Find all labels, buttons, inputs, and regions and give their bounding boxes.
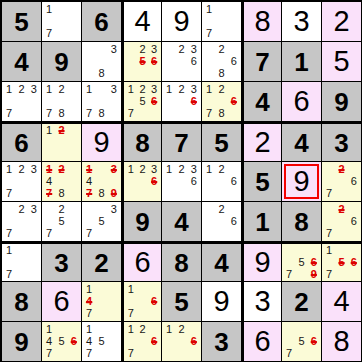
empty-candidate-slot [68, 15, 80, 27]
candidate-7: 7 [83, 108, 95, 120]
cell-r5c1[interactable]: 1237 [2, 162, 41, 201]
candidate-7: 7 [125, 308, 137, 320]
cell-r4c9[interactable]: 3 [322, 122, 361, 161]
crossed-candidate-6: 6 [148, 55, 160, 67]
solved-digit: 6 [53, 287, 69, 316]
empty-candidate-slot [215, 15, 227, 27]
empty-candidate-slot [15, 268, 27, 280]
candidate-1: 1 [43, 323, 55, 335]
empty-candidate-slot [175, 188, 187, 200]
candidate-1: 1 [43, 125, 55, 137]
cell-r7c4[interactable]: 6 [122, 242, 161, 281]
cell-r1c1[interactable]: 5 [2, 2, 41, 41]
cell-r9c8[interactable]: 567 [282, 322, 321, 361]
empty-candidate-slot [95, 203, 107, 215]
empty-candidate-slot [108, 175, 120, 187]
empty-candidate-slot [215, 228, 227, 240]
empty-candidate-slot [125, 175, 137, 187]
empty-candidate-slot [55, 137, 67, 149]
cell-r2c7[interactable]: 7 [242, 42, 281, 81]
solved-digit: 6 [293, 87, 309, 116]
empty-candidate-slot [28, 245, 40, 257]
crossed-candidate-6: 6 [348, 257, 360, 269]
empty-candidate-slot [15, 108, 27, 120]
cell-r6c4[interactable]: 9 [122, 202, 161, 241]
empty-candidate-slot [83, 43, 95, 55]
empty-candidate-slot [137, 348, 149, 360]
candidate-2: 2 [137, 323, 149, 335]
candidate-2: 2 [55, 203, 67, 215]
empty-candidate-slot [335, 245, 347, 257]
cell-r5c9[interactable]: 267 [322, 162, 361, 201]
given-digit: 4 [214, 250, 228, 276]
empty-candidate-slot [83, 95, 95, 107]
candidate-1: 1 [323, 245, 335, 257]
cell-r4c7[interactable]: 2 [242, 122, 281, 161]
candidate-7: 7 [43, 228, 55, 240]
empty-candidate-slot [3, 95, 15, 107]
given-digit: 4 [14, 49, 28, 75]
cell-r7c6[interactable]: 4 [202, 242, 241, 281]
cell-r6c2[interactable]: 257 [42, 202, 81, 241]
empty-candidate-slot [228, 83, 240, 95]
empty-candidate-slot [228, 108, 240, 120]
candidate-4: 4 [43, 175, 55, 187]
empty-candidate-slot [203, 43, 215, 55]
empty-candidate-slot [175, 55, 187, 67]
cell-r3c2[interactable]: 1278 [42, 82, 81, 121]
pencil-marks: 267 [323, 163, 360, 200]
crossed-candidate-6: 6 [68, 335, 80, 347]
cell-r7c3[interactable]: 2 [82, 242, 121, 281]
cell-r4c6[interactable]: 5 [202, 122, 241, 161]
cell-r5c5[interactable]: 1236 [162, 162, 201, 201]
candidate-1: 1 [3, 83, 15, 95]
empty-candidate-slot [323, 215, 335, 227]
empty-candidate-slot [125, 43, 137, 55]
empty-candidate-slot [108, 228, 120, 240]
empty-candidate-slot [3, 215, 15, 227]
candidate-7: 7 [43, 108, 55, 120]
empty-candidate-slot [137, 188, 149, 200]
candidate-1: 1 [43, 83, 55, 95]
pencil-marks: 2356 [125, 43, 160, 80]
pencil-marks: 1236 [163, 163, 200, 200]
cell-r5c8[interactable]: 9 [282, 162, 321, 201]
empty-candidate-slot [137, 108, 149, 120]
cell-r8c8[interactable]: 2 [282, 282, 321, 321]
cell-r5c4[interactable]: 1236 [122, 162, 161, 201]
cell-r3c5[interactable]: 1236 [162, 82, 201, 121]
empty-candidate-slot [68, 83, 80, 95]
empty-candidate-slot [28, 215, 40, 227]
cell-r8c6[interactable]: 9 [202, 282, 241, 321]
given-digit: 5 [214, 130, 228, 156]
candidate-8: 8 [95, 108, 107, 120]
cell-r8c1[interactable]: 8 [2, 282, 41, 321]
empty-candidate-slot [228, 43, 240, 55]
cell-r4c4[interactable]: 8 [122, 122, 161, 161]
empty-candidate-slot [125, 188, 137, 200]
cell-r6c5[interactable]: 4 [162, 202, 201, 241]
cell-r9c1[interactable]: 9 [2, 322, 41, 361]
candidate-7: 7 [3, 188, 15, 200]
cell-r4c8[interactable]: 4 [282, 122, 321, 161]
cell-r8c9[interactable]: 4 [322, 282, 361, 321]
empty-candidate-slot [295, 245, 307, 257]
candidate-1: 1 [43, 3, 55, 15]
candidate-3: 3 [188, 163, 200, 175]
cell-r9c4[interactable]: 1267 [122, 322, 161, 361]
empty-candidate-slot [55, 148, 67, 160]
candidate-2: 2 [15, 83, 27, 95]
empty-candidate-slot [148, 283, 160, 295]
empty-candidate-slot [323, 257, 335, 269]
cell-r9c9[interactable]: 8 [322, 322, 361, 361]
candidate-2: 2 [137, 43, 149, 55]
empty-candidate-slot [215, 175, 227, 187]
given-digit: 6 [14, 130, 28, 156]
empty-candidate-slot [55, 28, 67, 40]
empty-candidate-slot [95, 163, 107, 175]
candidate-2: 2 [15, 163, 27, 175]
cell-r7c9[interactable]: 1567 [322, 242, 361, 281]
pencil-marks: 1236 [125, 163, 160, 200]
empty-candidate-slot [137, 175, 149, 187]
candidate-6: 6 [348, 215, 360, 227]
given-digit: 8 [135, 130, 149, 156]
empty-candidate-slot [108, 295, 120, 307]
empty-candidate-slot [68, 137, 80, 149]
cell-r1c7[interactable]: 8 [242, 2, 281, 41]
solved-digit: 6 [134, 248, 150, 277]
empty-candidate-slot [83, 55, 95, 67]
sudoku-board: 5176491783249382356236268715123712781378… [0, 0, 362, 362]
pencil-marks: 17 [3, 245, 40, 280]
solved-digit: 9 [293, 167, 309, 196]
cell-r7c5[interactable]: 8 [162, 242, 201, 281]
cell-r8c4[interactable]: 167 [122, 282, 161, 321]
cell-r9c2[interactable]: 14567 [42, 322, 81, 361]
empty-candidate-slot [68, 163, 80, 175]
empty-candidate-slot [68, 175, 80, 187]
empty-candidate-slot [175, 68, 187, 80]
cell-r6c7[interactable]: 1 [242, 202, 281, 241]
given-digit: 3 [54, 250, 68, 276]
empty-candidate-slot [108, 215, 120, 227]
pencil-marks: 134789 [83, 163, 120, 200]
cell-r6c1[interactable]: 237 [2, 202, 41, 241]
empty-candidate-slot [163, 335, 175, 347]
cell-r5c6[interactable]: 126 [202, 162, 241, 201]
pencil-marks: 1378 [83, 83, 120, 120]
crossed-candidate-7: 7 [43, 188, 55, 200]
empty-candidate-slot [163, 188, 175, 200]
candidate-8: 8 [95, 188, 107, 200]
empty-candidate-slot [95, 283, 107, 295]
empty-candidate-slot [3, 203, 15, 215]
candidate-7: 7 [83, 308, 95, 320]
cell-r2c3[interactable]: 38 [82, 42, 121, 81]
cell-r2c2[interactable]: 9 [42, 42, 81, 81]
empty-candidate-slot [95, 348, 107, 360]
empty-candidate-slot [148, 308, 160, 320]
solved-digit: 9 [173, 7, 189, 36]
candidate-2: 2 [137, 163, 149, 175]
candidate-5: 5 [95, 335, 107, 347]
cell-r7c7[interactable]: 9 [242, 242, 281, 281]
cell-r4c1[interactable]: 6 [2, 122, 41, 161]
pencil-marks: 1237 [3, 163, 40, 200]
solved-digit: 3 [254, 287, 270, 316]
cell-r5c3[interactable]: 134789 [82, 162, 121, 201]
candidate-3: 3 [148, 163, 160, 175]
pencil-marks: 1236 [163, 83, 200, 120]
cell-r5c2[interactable]: 12478 [42, 162, 81, 201]
pencil-marks: 267 [323, 203, 360, 240]
cell-r3c6[interactable]: 12678 [202, 82, 241, 121]
empty-candidate-slot [43, 148, 55, 160]
cell-r3c3[interactable]: 1378 [82, 82, 121, 121]
solved-digit: 6 [254, 327, 270, 356]
empty-candidate-slot [228, 3, 240, 15]
empty-candidate-slot [308, 348, 320, 360]
given-digit: 7 [174, 130, 188, 156]
pencil-marks: 5679 [283, 245, 320, 280]
empty-candidate-slot [283, 335, 295, 347]
empty-candidate-slot [68, 323, 80, 335]
cell-r6c6[interactable]: 26 [202, 202, 241, 241]
cell-r6c9[interactable]: 267 [322, 202, 361, 241]
cell-r4c2[interactable]: 12 [42, 122, 81, 161]
candidate-8: 8 [55, 108, 67, 120]
candidate-4: 4 [43, 335, 55, 347]
cell-r8c5[interactable]: 5 [162, 282, 201, 321]
empty-candidate-slot [188, 348, 200, 360]
candidate-6: 6 [348, 175, 360, 187]
cell-r8c3[interactable]: 147 [82, 282, 121, 321]
cell-r3c8[interactable]: 6 [282, 82, 321, 121]
candidate-2: 2 [15, 203, 27, 215]
solved-digit: 4 [134, 7, 150, 36]
given-digit: 1 [255, 209, 269, 235]
cell-r3c4[interactable]: 123567 [122, 82, 161, 121]
cell-r2c6[interactable]: 268 [202, 42, 241, 81]
empty-candidate-slot [95, 175, 107, 187]
pencil-marks: 14567 [43, 323, 80, 360]
empty-candidate-slot [95, 43, 107, 55]
cell-r1c9[interactable]: 2 [322, 2, 361, 41]
cell-r4c5[interactable]: 7 [162, 122, 201, 161]
crossed-candidate-9: 9 [108, 188, 120, 200]
pencil-marks: 1267 [125, 323, 160, 360]
cell-r8c2[interactable]: 6 [42, 282, 81, 321]
crossed-candidate-7: 7 [83, 188, 95, 200]
crossed-candidate-4: 4 [83, 295, 95, 307]
cell-r6c8[interactable]: 8 [282, 202, 321, 241]
empty-candidate-slot [348, 268, 360, 280]
candidate-7: 7 [203, 28, 215, 40]
cell-r9c5[interactable]: 126 [162, 322, 201, 361]
empty-candidate-slot [43, 95, 55, 107]
cell-r3c1[interactable]: 1237 [2, 82, 41, 121]
cell-r9c3[interactable]: 1457 [82, 322, 121, 361]
candidate-7: 7 [43, 28, 55, 40]
candidate-3: 3 [108, 83, 120, 95]
cell-r8c7[interactable]: 3 [242, 282, 281, 321]
empty-candidate-slot [228, 68, 240, 80]
candidate-6: 6 [188, 175, 200, 187]
pencil-marks: 126 [203, 163, 240, 200]
candidate-3: 3 [188, 43, 200, 55]
empty-candidate-slot [28, 95, 40, 107]
empty-candidate-slot [163, 108, 175, 120]
candidate-5: 5 [137, 95, 149, 107]
crossed-candidate-2: 2 [55, 163, 67, 175]
candidate-5: 5 [295, 257, 307, 269]
empty-candidate-slot [108, 323, 120, 335]
empty-candidate-slot [215, 215, 227, 227]
empty-candidate-slot [228, 15, 240, 27]
pencil-marks: 236 [163, 43, 200, 80]
pencil-marks: 357 [83, 203, 120, 240]
candidate-7: 7 [83, 348, 95, 360]
given-digit: 8 [294, 209, 308, 235]
cell-r1c4[interactable]: 4 [122, 2, 161, 41]
given-digit: 6 [94, 9, 108, 35]
solved-digit: 8 [333, 327, 349, 356]
empty-candidate-slot [15, 228, 27, 240]
empty-candidate-slot [163, 348, 175, 360]
crossed-candidate-2: 2 [335, 203, 347, 215]
empty-candidate-slot [55, 95, 67, 107]
pencil-marks: 1567 [323, 245, 360, 280]
empty-candidate-slot [335, 268, 347, 280]
solved-digit: 3 [293, 7, 309, 36]
empty-candidate-slot [203, 228, 215, 240]
candidate-3: 3 [28, 203, 40, 215]
empty-candidate-slot [55, 15, 67, 27]
empty-candidate-slot [15, 257, 27, 269]
candidate-2: 2 [215, 203, 227, 215]
crossed-candidate-1: 1 [43, 163, 55, 175]
empty-candidate-slot [228, 28, 240, 40]
empty-candidate-slot [125, 55, 137, 67]
empty-candidate-slot [175, 335, 187, 347]
empty-candidate-slot [28, 228, 40, 240]
empty-candidate-slot [203, 15, 215, 27]
pencil-marks: 17 [203, 3, 240, 40]
pencil-marks: 167 [125, 283, 160, 320]
cell-r9c6[interactable]: 3 [202, 322, 241, 361]
empty-candidate-slot [335, 215, 347, 227]
candidate-5: 5 [295, 335, 307, 347]
pencil-marks: 17 [43, 3, 80, 40]
cell-r2c4[interactable]: 2356 [122, 42, 161, 81]
empty-candidate-slot [95, 308, 107, 320]
crossed-candidate-6: 6 [228, 95, 240, 107]
cell-r2c8[interactable]: 1 [282, 42, 321, 81]
candidate-7: 7 [125, 348, 137, 360]
candidate-6: 6 [228, 175, 240, 187]
solved-digit: 8 [254, 7, 270, 36]
empty-candidate-slot [68, 203, 80, 215]
cell-r3c9[interactable]: 9 [322, 82, 361, 121]
crossed-candidate-6: 6 [148, 175, 160, 187]
cell-r1c3[interactable]: 6 [82, 2, 121, 41]
empty-candidate-slot [55, 228, 67, 240]
pencil-marks: 268 [203, 43, 240, 80]
empty-candidate-slot [125, 295, 137, 307]
empty-candidate-slot [148, 188, 160, 200]
empty-candidate-slot [348, 163, 360, 175]
candidate-1: 1 [125, 83, 137, 95]
empty-candidate-slot [203, 95, 215, 107]
cell-r2c5[interactable]: 236 [162, 42, 201, 81]
pencil-marks: 12478 [43, 163, 80, 200]
empty-candidate-slot [68, 228, 80, 240]
empty-candidate-slot [308, 245, 320, 257]
cell-r1c2[interactable]: 17 [42, 2, 81, 41]
cell-r1c6[interactable]: 17 [202, 2, 241, 41]
empty-candidate-slot [28, 175, 40, 187]
empty-candidate-slot [188, 68, 200, 80]
cell-r7c8[interactable]: 5679 [282, 242, 321, 281]
cell-r5c7[interactable]: 5 [242, 162, 281, 201]
empty-candidate-slot [15, 245, 27, 257]
candidate-5: 5 [95, 215, 107, 227]
cell-r9c7[interactable]: 6 [242, 322, 281, 361]
empty-candidate-slot [68, 28, 80, 40]
empty-candidate-slot [43, 215, 55, 227]
empty-candidate-slot [283, 245, 295, 257]
empty-candidate-slot [137, 335, 149, 347]
cell-r3c7[interactable]: 4 [242, 82, 281, 121]
candidate-4: 4 [83, 175, 95, 187]
empty-candidate-slot [163, 175, 175, 187]
pencil-marks: 12678 [203, 83, 240, 120]
candidate-2: 2 [175, 163, 187, 175]
candidate-3: 3 [108, 43, 120, 55]
empty-candidate-slot [43, 137, 55, 149]
candidate-8: 8 [95, 68, 107, 80]
cell-r6c3[interactable]: 357 [82, 202, 121, 241]
given-digit: 9 [334, 89, 348, 115]
empty-candidate-slot [203, 68, 215, 80]
given-digit: 2 [94, 250, 108, 276]
crossed-candidate-2: 2 [55, 125, 67, 137]
cell-r1c5[interactable]: 9 [162, 2, 201, 41]
empty-candidate-slot [108, 108, 120, 120]
empty-candidate-slot [55, 3, 67, 15]
empty-candidate-slot [348, 188, 360, 200]
cell-r2c1[interactable]: 4 [2, 42, 41, 81]
pencil-marks: 1237 [3, 83, 40, 120]
empty-candidate-slot [137, 308, 149, 320]
cell-r7c2[interactable]: 3 [42, 242, 81, 281]
empty-candidate-slot [163, 43, 175, 55]
crossed-candidate-5: 5 [335, 257, 347, 269]
empty-candidate-slot [95, 83, 107, 95]
cell-r7c1[interactable]: 17 [2, 242, 41, 281]
candidate-3: 3 [28, 163, 40, 175]
pencil-marks: 237 [3, 203, 40, 240]
cell-r2c9[interactable]: 5 [322, 42, 361, 81]
cell-r1c8[interactable]: 3 [282, 2, 321, 41]
cell-r4c3[interactable]: 9 [82, 122, 121, 161]
empty-candidate-slot [228, 203, 240, 215]
empty-candidate-slot [137, 283, 149, 295]
